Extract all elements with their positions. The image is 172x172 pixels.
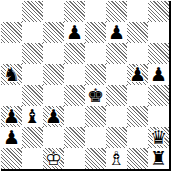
black-pawn[interactable]: ♟	[1, 106, 22, 127]
square-f1[interactable]: ♝♗	[106, 148, 127, 169]
black-pawn[interactable]: ♟	[127, 64, 148, 85]
chess-board: ♟♟♞♟♟♚♟♝♟♟♛♚♔♝♗♜	[1, 1, 171, 171]
square-g4[interactable]	[127, 85, 148, 106]
square-h1[interactable]: ♜	[148, 148, 169, 169]
black-pawn[interactable]: ♟	[43, 106, 64, 127]
square-b5[interactable]	[22, 64, 43, 85]
square-g8[interactable]	[127, 1, 148, 22]
square-a5[interactable]: ♞	[1, 64, 22, 85]
square-c7[interactable]	[43, 22, 64, 43]
square-f7[interactable]: ♟	[106, 22, 127, 43]
square-e5[interactable]	[85, 64, 106, 85]
square-d4[interactable]	[64, 85, 85, 106]
square-c4[interactable]	[43, 85, 64, 106]
square-d6[interactable]	[64, 43, 85, 64]
white-bishop[interactable]: ♝♗	[106, 148, 127, 169]
square-f6[interactable]	[106, 43, 127, 64]
square-g6[interactable]	[127, 43, 148, 64]
square-h4[interactable]	[148, 85, 169, 106]
square-g1[interactable]	[127, 148, 148, 169]
white-bishop-outline: ♗	[106, 148, 127, 169]
square-f2[interactable]	[106, 127, 127, 148]
square-f5[interactable]	[106, 64, 127, 85]
square-e8[interactable]	[85, 1, 106, 22]
square-b1[interactable]	[22, 148, 43, 169]
square-f8[interactable]	[106, 1, 127, 22]
square-f4[interactable]	[106, 85, 127, 106]
square-d3[interactable]	[64, 106, 85, 127]
square-a8[interactable]	[1, 1, 22, 22]
black-rook[interactable]: ♜	[148, 148, 169, 169]
square-c8[interactable]	[43, 1, 64, 22]
square-g3[interactable]	[127, 106, 148, 127]
square-d1[interactable]	[64, 148, 85, 169]
square-a2[interactable]: ♟	[1, 127, 22, 148]
square-c1[interactable]: ♚♔	[43, 148, 64, 169]
square-g5[interactable]: ♟	[127, 64, 148, 85]
square-h7[interactable]	[148, 22, 169, 43]
square-c3[interactable]: ♟	[43, 106, 64, 127]
square-e6[interactable]	[85, 43, 106, 64]
square-e3[interactable]	[85, 106, 106, 127]
square-e2[interactable]	[85, 127, 106, 148]
square-a4[interactable]	[1, 85, 22, 106]
square-a7[interactable]	[1, 22, 22, 43]
square-b8[interactable]	[22, 1, 43, 22]
square-a6[interactable]	[1, 43, 22, 64]
square-b6[interactable]	[22, 43, 43, 64]
square-b3[interactable]: ♝	[22, 106, 43, 127]
square-e7[interactable]	[85, 22, 106, 43]
square-h2[interactable]: ♛	[148, 127, 169, 148]
square-f3[interactable]	[106, 106, 127, 127]
square-d2[interactable]	[64, 127, 85, 148]
square-d7[interactable]: ♟	[64, 22, 85, 43]
white-king[interactable]: ♚♔	[43, 148, 64, 169]
square-h6[interactable]	[148, 43, 169, 64]
black-queen[interactable]: ♛	[148, 127, 169, 148]
black-bishop[interactable]: ♝	[22, 106, 43, 127]
chess-diagram: ♟♟♞♟♟♚♟♝♟♟♛♚♔♝♗♜	[0, 0, 172, 172]
square-h5[interactable]: ♟	[148, 64, 169, 85]
square-b2[interactable]	[22, 127, 43, 148]
black-knight[interactable]: ♞	[1, 64, 22, 85]
square-d8[interactable]	[64, 1, 85, 22]
square-d5[interactable]	[64, 64, 85, 85]
black-king[interactable]: ♚	[85, 85, 106, 106]
square-e1[interactable]	[85, 148, 106, 169]
square-c5[interactable]	[43, 64, 64, 85]
square-b7[interactable]	[22, 22, 43, 43]
square-g7[interactable]	[127, 22, 148, 43]
square-h8[interactable]	[148, 1, 169, 22]
square-c2[interactable]	[43, 127, 64, 148]
black-pawn[interactable]: ♟	[1, 127, 22, 148]
square-h3[interactable]	[148, 106, 169, 127]
white-king-outline: ♔	[43, 148, 64, 169]
square-e4[interactable]: ♚	[85, 85, 106, 106]
square-c6[interactable]	[43, 43, 64, 64]
black-pawn[interactable]: ♟	[106, 22, 127, 43]
black-pawn[interactable]: ♟	[64, 22, 85, 43]
square-a3[interactable]: ♟	[1, 106, 22, 127]
square-b4[interactable]	[22, 85, 43, 106]
square-g2[interactable]	[127, 127, 148, 148]
black-pawn[interactable]: ♟	[148, 64, 169, 85]
square-a1[interactable]	[1, 148, 22, 169]
